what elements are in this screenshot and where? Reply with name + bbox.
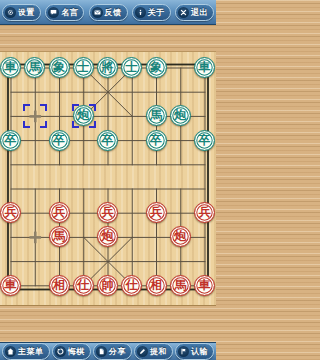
- point-marker: [31, 112, 40, 121]
- piece-red-horse[interactable]: 馬: [49, 226, 70, 247]
- piece-black-cannon[interactable]: 炮: [170, 105, 191, 126]
- settings-button[interactable]: 设置: [2, 4, 41, 21]
- piece-black-soldier[interactable]: 卒: [194, 130, 215, 151]
- flag-icon: [178, 346, 189, 357]
- pencil-icon: [137, 346, 148, 357]
- undo-move-button[interactable]: 悔棋: [52, 343, 91, 360]
- piece-red-advisor[interactable]: 仕: [121, 275, 142, 296]
- piece-black-cannon[interactable]: 炮: [73, 105, 94, 126]
- button-label: 退出: [191, 7, 208, 18]
- exit-button[interactable]: 退出: [175, 4, 214, 21]
- info-icon: [135, 7, 146, 18]
- button-label: 反馈: [105, 7, 122, 18]
- button-label: 设置: [18, 7, 35, 18]
- feedback-button[interactable]: 反馈: [89, 4, 128, 21]
- piece-black-chariot[interactable]: 車: [0, 57, 21, 78]
- piece-red-chariot[interactable]: 車: [0, 275, 21, 296]
- gear-icon: [5, 7, 16, 18]
- button-label: 主菜单: [18, 346, 44, 357]
- offer-draw-button[interactable]: 提和: [134, 343, 173, 360]
- piece-black-advisor[interactable]: 士: [73, 57, 94, 78]
- undo-icon: [55, 346, 66, 357]
- piece-red-elephant[interactable]: 相: [146, 275, 167, 296]
- piece-black-general[interactable]: 將: [97, 57, 118, 78]
- piece-red-soldier[interactable]: 兵: [146, 202, 167, 223]
- button-label: 提和: [150, 346, 167, 357]
- top-toolbar: 设置名言反馈关于退出: [0, 0, 216, 25]
- piece-black-horse[interactable]: 馬: [146, 105, 167, 126]
- resign-button[interactable]: 认输: [175, 343, 214, 360]
- main-menu-button[interactable]: 主菜单: [2, 343, 50, 360]
- bottom-toolbar: 主菜单悔棋分享提和认输: [0, 342, 216, 360]
- piece-black-chariot[interactable]: 車: [194, 57, 215, 78]
- button-label: 关于: [148, 7, 165, 18]
- piece-red-advisor[interactable]: 仕: [73, 275, 94, 296]
- home-icon: [5, 346, 16, 357]
- button-label: 分享: [109, 346, 126, 357]
- xiangqi-board[interactable]: 車馬象士將士象車炮馬炮卒卒卒卒卒兵兵兵兵兵馬炮炮車相仕帥仕相馬車: [0, 51, 216, 306]
- about-button[interactable]: 关于: [132, 4, 171, 21]
- xiangqi-app: 设置名言反馈关于退出 車馬象士將士象車炮馬炮卒卒卒卒卒兵兵兵兵兵馬炮炮車相仕帥仕…: [0, 0, 216, 360]
- envelope-icon: [92, 7, 103, 18]
- piece-red-general[interactable]: 帥: [97, 275, 118, 296]
- button-label: 名言: [61, 7, 78, 18]
- piece-black-elephant[interactable]: 象: [146, 57, 167, 78]
- button-label: 认输: [191, 346, 208, 357]
- point-marker: [31, 233, 40, 242]
- close-icon: [178, 7, 189, 18]
- quotes-button[interactable]: 名言: [45, 4, 84, 21]
- piece-black-elephant[interactable]: 象: [49, 57, 70, 78]
- piece-black-soldier[interactable]: 卒: [0, 130, 21, 151]
- piece-red-chariot[interactable]: 車: [194, 275, 215, 296]
- share-button[interactable]: 分享: [93, 343, 132, 360]
- piece-red-horse[interactable]: 馬: [170, 275, 191, 296]
- button-label: 悔棋: [68, 346, 85, 357]
- share-icon: [96, 346, 107, 357]
- piece-black-soldier[interactable]: 卒: [49, 130, 70, 151]
- piece-black-soldier[interactable]: 卒: [97, 130, 118, 151]
- piece-red-soldier[interactable]: 兵: [49, 202, 70, 223]
- speech-bubble-icon: [48, 7, 59, 18]
- piece-red-cannon[interactable]: 炮: [170, 226, 191, 247]
- board-grid: [0, 52, 216, 307]
- piece-red-elephant[interactable]: 相: [49, 275, 70, 296]
- piece-black-soldier[interactable]: 卒: [146, 130, 167, 151]
